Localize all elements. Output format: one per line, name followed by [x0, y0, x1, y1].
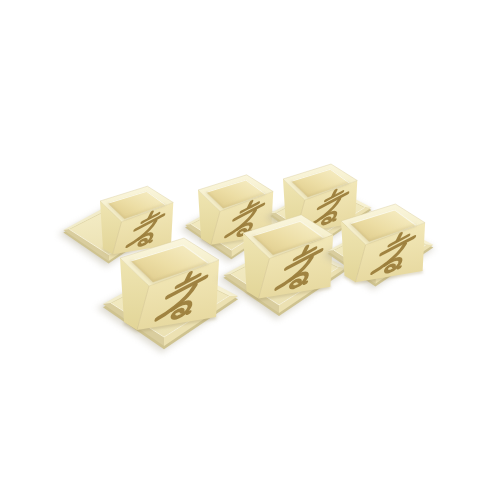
cups-layer: [58, 164, 435, 353]
product-photo: [0, 0, 500, 500]
masu-cups-scene: [0, 0, 500, 500]
